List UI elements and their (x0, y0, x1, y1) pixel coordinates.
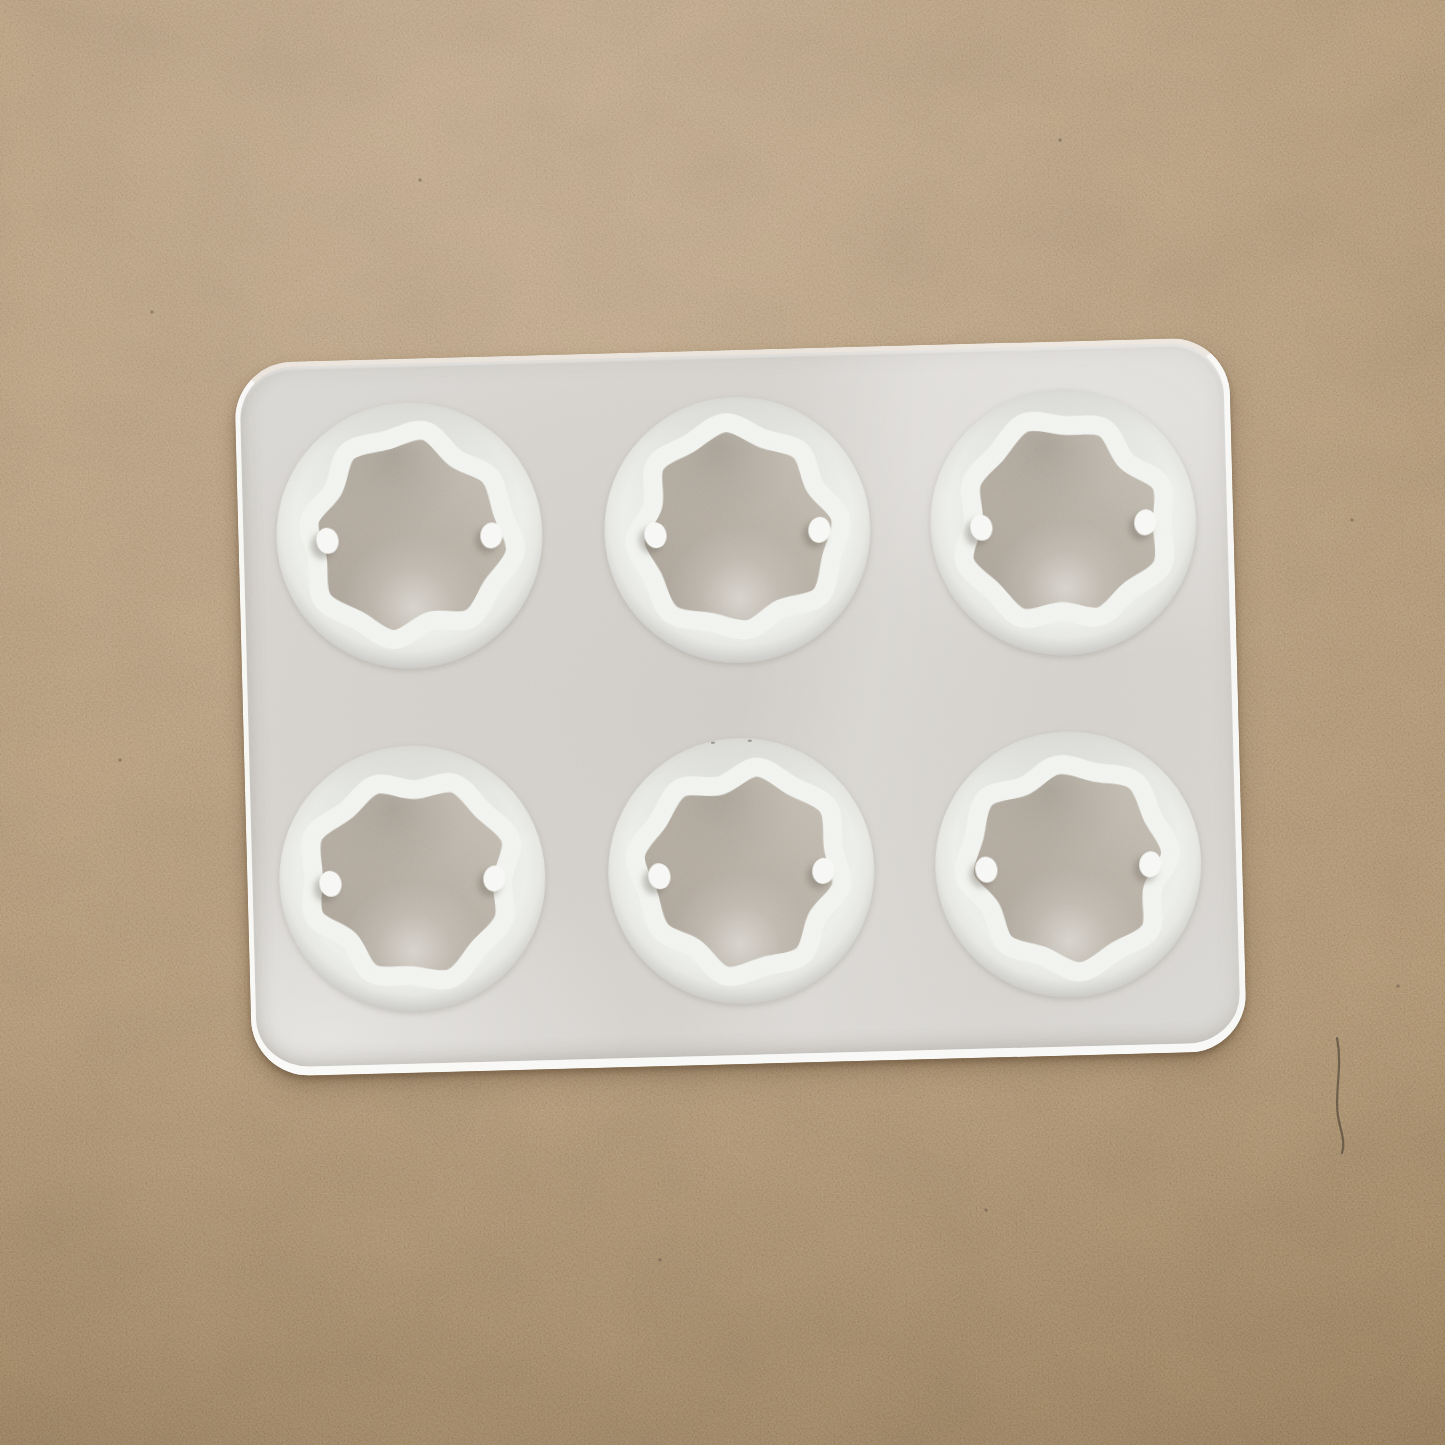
board-speck (1350, 518, 1354, 522)
board-speck (984, 1208, 988, 1212)
board-speck (150, 310, 154, 314)
photo-canvas (0, 0, 1445, 1445)
cavity-graphic (925, 384, 1202, 661)
mold-cavity-2-2 (603, 733, 880, 1010)
mold-cavity-1-2 (599, 392, 876, 669)
mold-cavity-1-3 (925, 384, 1202, 661)
cavity-graphic (930, 726, 1207, 1003)
dust-speck (711, 742, 715, 744)
mold-cavity-1-1 (271, 397, 548, 674)
cavity-graphic (274, 740, 551, 1017)
board-speck (658, 1258, 662, 1262)
cavity-graphic (599, 392, 876, 669)
cavity-graphic (271, 397, 548, 674)
dust-speck (748, 740, 752, 742)
board-speck (118, 758, 122, 762)
cavity-graphic (603, 733, 880, 1010)
board-speck (418, 178, 422, 182)
mold-cavity-2-1 (274, 740, 551, 1017)
board-speck (1396, 984, 1400, 988)
board-speck (1058, 138, 1062, 142)
mold-cavity-2-3 (930, 726, 1207, 1003)
cavity-grid (234, 337, 1247, 1077)
silicone-mold (234, 337, 1247, 1077)
